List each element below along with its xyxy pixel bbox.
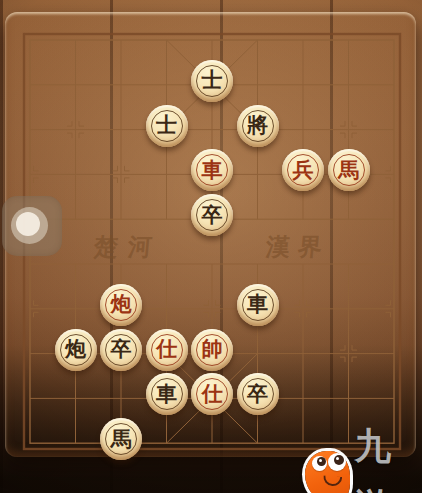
piece-glyph: 炮: [111, 293, 132, 314]
xiangqi-piece-black-cannon[interactable]: 炮: [55, 329, 97, 371]
piece-glyph: 士: [202, 69, 223, 90]
piece-glyph: 仕: [156, 338, 177, 359]
xiangqi-piece-black-soldier[interactable]: 卒: [237, 373, 279, 415]
xiangqi-piece-black-general[interactable]: 將: [237, 105, 279, 147]
river-label-chu-he: 楚河: [93, 234, 163, 260]
jiuyou-logo-text: 九游: [354, 417, 422, 493]
xiangqi-piece-red-horse[interactable]: 馬: [328, 149, 370, 191]
xiangqi-piece-black-chariot[interactable]: 車: [237, 284, 279, 326]
piece-glyph: 馬: [111, 428, 132, 449]
piece-glyph: 兵: [293, 159, 314, 180]
xiangqi-piece-red-advisor[interactable]: 仕: [146, 329, 188, 371]
floating-assistive-button[interactable]: [2, 196, 62, 256]
xiangqi-piece-black-soldier[interactable]: 卒: [100, 329, 142, 371]
piece-glyph: 仕: [202, 383, 223, 404]
piece-glyph: 炮: [65, 338, 86, 359]
piece-glyph: 卒: [111, 338, 132, 359]
screenshot-root: 楚河 漢界 士士將車兵馬卒炮車炮卒仕帥車仕卒馬 九游: [0, 0, 422, 493]
piece-glyph: 士: [156, 114, 177, 135]
piece-glyph: 將: [247, 114, 268, 135]
piece-glyph: 帥: [202, 338, 223, 359]
piece-glyph: 車: [156, 383, 177, 404]
piece-glyph: 車: [202, 159, 223, 180]
xiangqi-piece-black-advisor[interactable]: 士: [191, 60, 233, 102]
river-label-han-jie: 漢界: [265, 234, 331, 260]
piece-glyph: 馬: [338, 159, 359, 180]
piece-glyph: 卒: [202, 204, 223, 225]
piece-glyph: 車: [247, 293, 268, 314]
xiangqi-piece-red-general[interactable]: 帥: [191, 329, 233, 371]
xiangqi-piece-black-soldier[interactable]: 卒: [191, 194, 233, 236]
jiuyou-mascot-icon: [302, 447, 347, 493]
xiangqi-piece-black-advisor[interactable]: 士: [146, 105, 188, 147]
xiangqi-piece-red-cannon[interactable]: 炮: [100, 284, 142, 326]
assistive-button-dot: [16, 212, 40, 236]
piece-glyph: 卒: [247, 383, 268, 404]
xiangqi-piece-black-chariot[interactable]: 車: [146, 373, 188, 415]
jiuyou-watermark: 九游: [302, 417, 422, 493]
xiangqi-piece-black-horse[interactable]: 馬: [100, 418, 142, 460]
